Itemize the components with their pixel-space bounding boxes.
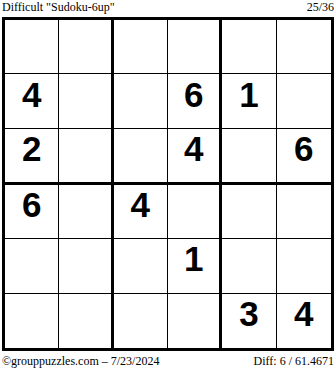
cell-r1c4[interactable]	[168, 20, 222, 74]
puzzle-counter: 25/36	[307, 0, 334, 15]
cell-r4c4[interactable]	[168, 185, 222, 239]
cell-r2c6[interactable]	[277, 74, 331, 128]
cell-r6c6[interactable]: 4	[277, 294, 331, 348]
cell-r4c6[interactable]	[277, 185, 331, 239]
cell-r3c1[interactable]: 2	[5, 129, 59, 185]
cell-r6c5[interactable]: 3	[222, 294, 276, 348]
cell-r3c3[interactable]	[114, 129, 168, 185]
cell-r2c2[interactable]	[59, 74, 113, 128]
cell-r4c1[interactable]: 6	[5, 185, 59, 239]
cell-r1c5[interactable]	[222, 20, 276, 74]
difficulty-text: Diff: 6 / 61.4671	[254, 354, 334, 369]
cell-r1c1[interactable]	[5, 20, 59, 74]
cell-r5c2[interactable]	[59, 239, 113, 293]
cell-r6c4[interactable]	[168, 294, 222, 348]
cell-r3c5[interactable]	[222, 129, 276, 185]
cell-r5c6[interactable]	[277, 239, 331, 293]
cell-r3c4[interactable]: 4	[168, 129, 222, 185]
cell-r3c6[interactable]: 6	[277, 129, 331, 185]
cell-r2c3[interactable]	[114, 74, 168, 128]
cell-r2c5[interactable]: 1	[222, 74, 276, 128]
cell-r1c2[interactable]	[59, 20, 113, 74]
page-header: Difficult "Sudoku-6up" 25/36	[2, 0, 334, 15]
cell-r2c1[interactable]: 4	[5, 74, 59, 128]
cell-r4c5[interactable]	[222, 185, 276, 239]
cell-r5c5[interactable]	[222, 239, 276, 293]
cell-r2c4[interactable]: 6	[168, 74, 222, 128]
cell-r6c2[interactable]	[59, 294, 113, 348]
cell-r3c2[interactable]	[59, 129, 113, 185]
page-footer: ©grouppuzzles.com – 7/23/2024 Diff: 6 / …	[2, 354, 334, 369]
cell-r4c2[interactable]	[59, 185, 113, 239]
sudoku-board: 46124664134	[2, 17, 334, 351]
cell-r1c6[interactable]	[277, 20, 331, 74]
cell-r5c4[interactable]: 1	[168, 239, 222, 293]
cell-r1c3[interactable]	[114, 20, 168, 74]
copyright-text: ©grouppuzzles.com – 7/23/2024	[2, 354, 159, 369]
cell-r6c1[interactable]	[5, 294, 59, 348]
page-title: Difficult "Sudoku-6up"	[2, 0, 115, 15]
cell-r6c3[interactable]	[114, 294, 168, 348]
cell-r4c3[interactable]: 4	[114, 185, 168, 239]
cell-r5c3[interactable]	[114, 239, 168, 293]
cell-r5c1[interactable]	[5, 239, 59, 293]
